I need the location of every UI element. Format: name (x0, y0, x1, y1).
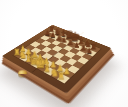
piece-black-pawn[interactable]: ♟ (82, 47, 98, 55)
piece-white-rook[interactable]: ♜ (52, 71, 71, 81)
folding-chess-box: ♜♞♝♛♚♝♞♜♟♟♟♟♟♟♟♟♟♟♟♟♟♟♟♟♜♞♝♛♚♝♞♜ (2, 25, 112, 94)
square-h7[interactable]: ♟ (86, 50, 97, 57)
photo-background: ♜♞♝♛♚♝♞♜♟♟♟♟♟♟♟♟♟♟♟♟♟♟♟♟♜♞♝♛♚♝♞♜ (0, 0, 128, 107)
square-h1[interactable]: ♜ (57, 74, 70, 83)
chess-board[interactable]: ♜♞♝♛♚♝♞♜♟♟♟♟♟♟♟♟♟♟♟♟♟♟♟♟♜♞♝♛♚♝♞♜ (14, 30, 101, 84)
brass-latch-icon[interactable] (18, 70, 27, 77)
